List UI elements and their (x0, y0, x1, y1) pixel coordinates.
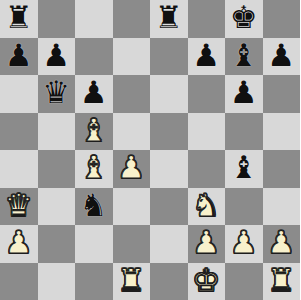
square-f3[interactable]: ♞ (188, 188, 226, 226)
square-c6[interactable]: ♟ (75, 75, 113, 113)
square-c4[interactable]: ♝ (75, 150, 113, 188)
square-f7[interactable]: ♟ (188, 38, 226, 76)
square-b7[interactable]: ♟ (38, 38, 76, 76)
square-a3[interactable]: ♛ (0, 188, 38, 226)
square-b2[interactable] (38, 225, 76, 263)
piece-black-knight[interactable]: ♞ (80, 190, 108, 221)
square-e7[interactable] (150, 38, 188, 76)
piece-white-pawn[interactable]: ♟ (267, 227, 295, 258)
square-c2[interactable] (75, 225, 113, 263)
square-h3[interactable] (263, 188, 301, 226)
square-d3[interactable] (113, 188, 151, 226)
piece-white-pawn[interactable]: ♟ (5, 227, 33, 258)
square-h2[interactable]: ♟ (263, 225, 301, 263)
square-b1[interactable] (38, 263, 76, 300)
square-f8[interactable] (188, 0, 226, 38)
square-a8[interactable]: ♜ (0, 0, 38, 38)
piece-black-bishop[interactable]: ♝ (230, 152, 258, 183)
square-a6[interactable] (0, 75, 38, 113)
square-b4[interactable] (38, 150, 76, 188)
square-g4[interactable]: ♝ (225, 150, 263, 188)
square-e3[interactable] (150, 188, 188, 226)
square-a5[interactable] (0, 113, 38, 151)
square-a4[interactable] (0, 150, 38, 188)
square-g1[interactable] (225, 263, 263, 300)
square-d5[interactable] (113, 113, 151, 151)
piece-white-queen[interactable]: ♛ (5, 190, 33, 221)
piece-white-king[interactable]: ♚ (192, 265, 220, 296)
square-c5[interactable]: ♝ (75, 113, 113, 151)
square-a2[interactable]: ♟ (0, 225, 38, 263)
square-e5[interactable] (150, 113, 188, 151)
square-c1[interactable] (75, 263, 113, 300)
square-b3[interactable] (38, 188, 76, 226)
square-e8[interactable]: ♜ (150, 0, 188, 38)
square-f4[interactable] (188, 150, 226, 188)
piece-black-pawn[interactable]: ♟ (230, 77, 258, 108)
square-d6[interactable] (113, 75, 151, 113)
piece-white-pawn[interactable]: ♟ (192, 227, 220, 258)
square-e1[interactable] (150, 263, 188, 300)
chess-board: ♜♜♚♟♟♟♝♟♛♟♟♝♝♟♝♛♞♞♟♟♟♟♜♚♜ (0, 0, 300, 300)
square-d1[interactable]: ♜ (113, 263, 151, 300)
square-f6[interactable] (188, 75, 226, 113)
piece-white-bishop[interactable]: ♝ (80, 152, 108, 183)
square-c3[interactable]: ♞ (75, 188, 113, 226)
piece-black-pawn[interactable]: ♟ (5, 40, 33, 71)
square-g5[interactable] (225, 113, 263, 151)
square-a1[interactable] (0, 263, 38, 300)
square-e6[interactable] (150, 75, 188, 113)
square-h8[interactable] (263, 0, 301, 38)
square-e4[interactable] (150, 150, 188, 188)
square-f2[interactable]: ♟ (188, 225, 226, 263)
piece-black-pawn[interactable]: ♟ (192, 40, 220, 71)
square-e2[interactable] (150, 225, 188, 263)
piece-white-rook[interactable]: ♜ (117, 265, 145, 296)
square-h5[interactable] (263, 113, 301, 151)
piece-white-pawn[interactable]: ♟ (230, 227, 258, 258)
square-a7[interactable]: ♟ (0, 38, 38, 76)
square-d4[interactable]: ♟ (113, 150, 151, 188)
piece-black-pawn[interactable]: ♟ (80, 77, 108, 108)
square-d2[interactable] (113, 225, 151, 263)
square-c8[interactable] (75, 0, 113, 38)
piece-black-bishop[interactable]: ♝ (230, 40, 258, 71)
square-b5[interactable] (38, 113, 76, 151)
square-b6[interactable]: ♛ (38, 75, 76, 113)
square-g6[interactable]: ♟ (225, 75, 263, 113)
piece-white-knight[interactable]: ♞ (192, 190, 220, 221)
square-g2[interactable]: ♟ (225, 225, 263, 263)
square-h1[interactable]: ♜ (263, 263, 301, 300)
square-g7[interactable]: ♝ (225, 38, 263, 76)
piece-white-bishop[interactable]: ♝ (80, 115, 108, 146)
square-h6[interactable] (263, 75, 301, 113)
piece-black-king[interactable]: ♚ (230, 2, 258, 33)
square-h7[interactable]: ♟ (263, 38, 301, 76)
piece-black-rook[interactable]: ♜ (5, 2, 33, 33)
piece-black-pawn[interactable]: ♟ (42, 40, 70, 71)
piece-black-rook[interactable]: ♜ (155, 2, 183, 33)
square-b8[interactable] (38, 0, 76, 38)
square-f5[interactable] (188, 113, 226, 151)
piece-white-pawn[interactable]: ♟ (117, 152, 145, 183)
piece-black-queen[interactable]: ♛ (42, 77, 70, 108)
square-g3[interactable] (225, 188, 263, 226)
square-c7[interactable] (75, 38, 113, 76)
square-d8[interactable] (113, 0, 151, 38)
square-f1[interactable]: ♚ (188, 263, 226, 300)
square-g8[interactable]: ♚ (225, 0, 263, 38)
piece-black-pawn[interactable]: ♟ (267, 40, 295, 71)
square-h4[interactable] (263, 150, 301, 188)
piece-white-rook[interactable]: ♜ (267, 265, 295, 296)
square-d7[interactable] (113, 38, 151, 76)
